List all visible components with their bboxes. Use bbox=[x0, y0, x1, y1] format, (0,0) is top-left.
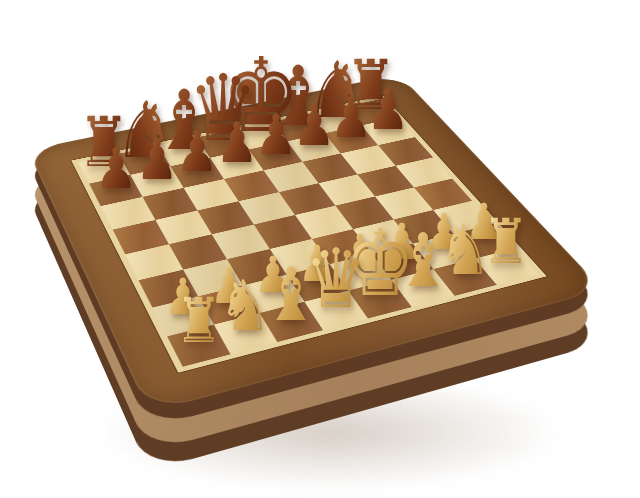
chess-set-photo: chess ♜♞♝♛♚♝♞♜♟♟♟♟♟♟♟♟♟♟♟♟♟♟♟♟♜♞♝♛♚♝♞♜ bbox=[0, 0, 640, 498]
